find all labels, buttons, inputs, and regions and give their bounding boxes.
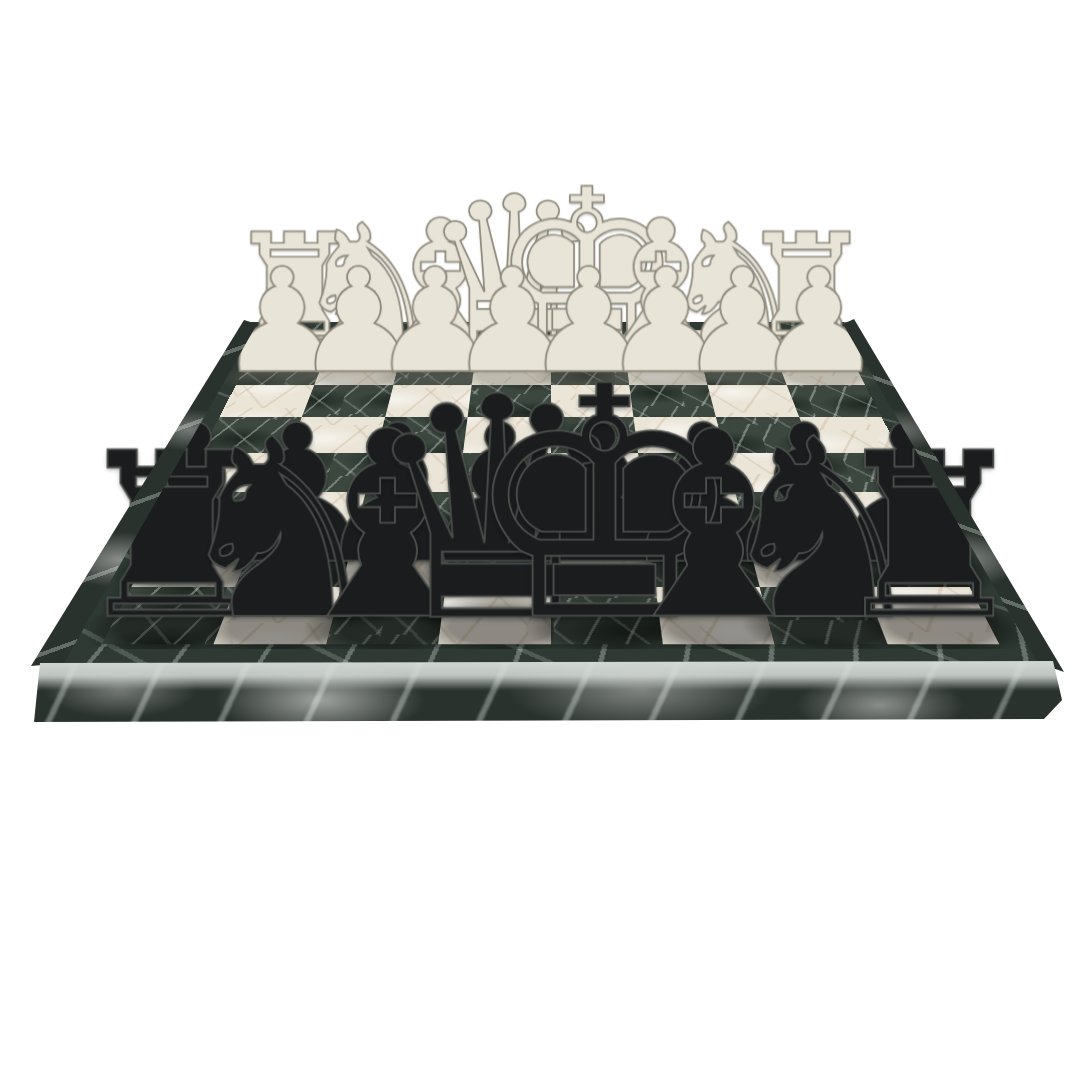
chessboard-scene: ♜♞♝♛♚♝♞♜♟♟♟♟♟♟♟♟♟♟♟♟♟♟♟♟♜♞♝♛♚♝♞♜ (0, 0, 1080, 1080)
chess-board: ♜♞♝♛♚♝♞♜♟♟♟♟♟♟♟♟♟♟♟♟♟♟♟♟♜♞♝♛♚♝♞♜ (54, 322, 1046, 664)
board-grid: ♜♞♝♛♚♝♞♜♟♟♟♟♟♟♟♟♟♟♟♟♟♟♟♟♜♞♝♛♚♝♞♜ (102, 330, 1000, 644)
square-light[interactable]: ♜ (865, 587, 1000, 644)
